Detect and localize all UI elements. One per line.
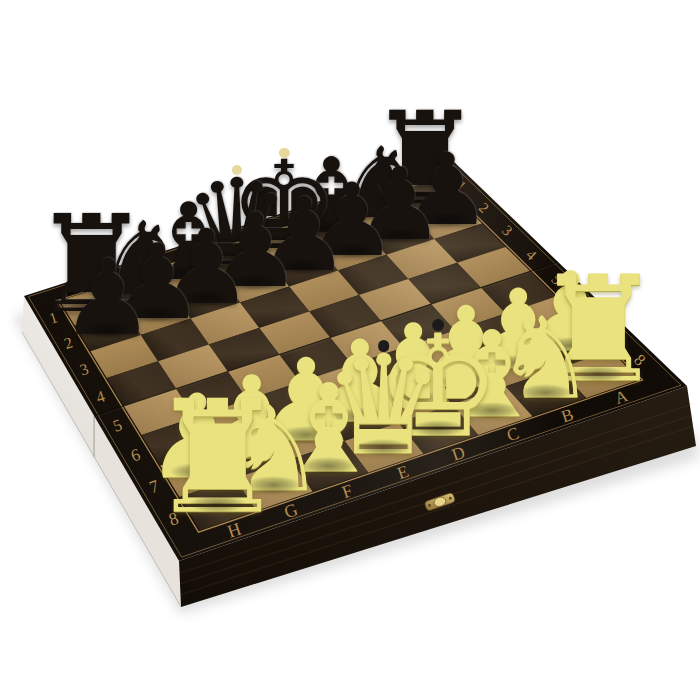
piece-white-pawn-g7: ♟ (194, 361, 309, 476)
piece-black-rook-a1: ♜ (361, 95, 489, 223)
piece-black-rook-h1: ♜ (24, 198, 159, 333)
piece-white-king-d8: ♚ (368, 317, 508, 457)
pieces-layer: ♜♞♟♝♟♚♟♛♟♝♟♞♟♜♟♟♟♟♜♟♞♟♝♟♚♟♛♟♝♟♞♜ (0, 0, 700, 700)
piece-glyph: ♟ (249, 344, 363, 458)
piece-black-pawn-h2: ♟ (55, 246, 160, 351)
piece-glyph: ♟ (357, 309, 469, 421)
piece-glyph: ♜ (361, 95, 489, 223)
piece-white-pawn-c7: ♟ (410, 292, 521, 403)
piece-glyph: ♛ (177, 163, 297, 283)
piece-black-pawn-d2: ♟ (253, 185, 355, 287)
piece-glyph: ♟ (194, 361, 309, 476)
royal-finial (279, 148, 289, 158)
piece-shadow (308, 220, 355, 235)
piece-black-pawn-g2: ♟ (105, 231, 209, 335)
piece-glyph: ♚ (368, 317, 508, 457)
piece-shadow (328, 243, 376, 258)
piece-white-pawn-f7: ♟ (249, 344, 363, 458)
piece-white-queen-e8: ♛ (315, 337, 452, 474)
piece-shadow (67, 297, 116, 312)
piece-shadow (246, 476, 302, 494)
piece-glyph: ♟ (410, 292, 521, 403)
piece-shadow (411, 420, 465, 437)
piece-black-knight-b1: ♞ (329, 134, 427, 232)
piece-white-pawn-a7: ♟ (516, 258, 625, 367)
piece-glyph: ♟ (155, 216, 258, 319)
piece-white-knight-g8: ♞ (215, 391, 332, 508)
piece-shadow (402, 190, 448, 205)
royal-finial (432, 319, 444, 331)
piece-shadow (519, 384, 572, 401)
piece-black-bishop-f1: ♝ (135, 189, 241, 295)
piece-white-rook-h8: ♜ (140, 380, 295, 535)
piece-shadow (231, 274, 280, 289)
piece-black-pawn-e2: ♟ (204, 200, 306, 302)
piece-glyph: ♜ (24, 198, 159, 333)
piece-white-knight-b8: ♞ (489, 302, 602, 415)
piece-black-queen-e1: ♛ (177, 163, 297, 283)
piece-glyph: ♞ (329, 134, 427, 232)
piece-shadow (165, 266, 213, 281)
piece-shadow (301, 457, 356, 474)
piece-glyph: ♞ (215, 391, 332, 508)
piece-shadow (279, 259, 327, 274)
piece-glyph: ♛ (315, 337, 452, 474)
piece-glyph: ♝ (279, 144, 383, 248)
piece-glyph: ♞ (489, 302, 602, 415)
piece-black-pawn-f2: ♟ (155, 216, 258, 319)
piece-black-pawn-b2: ♟ (349, 155, 449, 255)
piece-shadow (572, 366, 625, 383)
piece-glyph: ♟ (301, 170, 402, 271)
piece-shadow (170, 463, 225, 480)
piece-glyph: ♟ (253, 185, 355, 287)
piece-white-pawn-h7: ♟ (139, 379, 255, 495)
piece-shadow (279, 426, 333, 443)
piece-black-bishop-c1: ♝ (279, 144, 383, 248)
piece-shadow (423, 212, 470, 227)
piece-shadow (189, 495, 245, 513)
piece-glyph: ♝ (268, 368, 390, 490)
royal-finial (378, 340, 390, 352)
piece-shadow (545, 337, 597, 353)
piece-shadow (116, 282, 164, 297)
piece-shadow (356, 439, 411, 456)
piece-shadow (213, 251, 261, 266)
piece-white-bishop-f8: ♝ (268, 368, 390, 490)
piece-shadow (132, 306, 181, 322)
piece-glyph: ♟ (303, 326, 416, 439)
piece-shadow (333, 408, 387, 425)
piece-glyph: ♞ (89, 208, 191, 310)
piece-black-pawn-c2: ♟ (301, 170, 402, 271)
piece-white-pawn-b7: ♟ (463, 275, 573, 385)
piece-white-rook-a8: ♜ (525, 257, 671, 403)
piece-glyph: ♝ (135, 189, 241, 295)
piece-shadow (492, 355, 544, 372)
piece-white-pawn-e7: ♟ (303, 326, 416, 439)
piece-glyph: ♟ (397, 140, 496, 239)
piece-black-king-d1: ♚ (223, 145, 345, 267)
piece-white-pawn-d7: ♟ (357, 309, 469, 421)
piece-glyph: ♟ (105, 231, 209, 335)
royal-finial (231, 165, 241, 175)
piece-shadow (182, 290, 231, 305)
piece-glyph: ♟ (55, 246, 160, 351)
piece-glyph: ♜ (525, 257, 671, 403)
piece-shadow (260, 235, 307, 250)
piece-white-bishop-c8: ♝ (432, 315, 551, 434)
piece-glyph: ♟ (139, 379, 255, 495)
piece-shadow (355, 205, 402, 220)
piece-black-knight-g1: ♞ (89, 208, 191, 310)
piece-shadow (440, 373, 493, 390)
piece-glyph: ♟ (463, 275, 573, 385)
piece-shadow (465, 402, 519, 419)
piece-glyph: ♟ (204, 200, 306, 302)
piece-glyph: ♚ (223, 145, 345, 267)
piece-glyph: ♝ (432, 315, 551, 434)
piece-shadow (376, 228, 424, 243)
chess-set-photo: 1122334455667788ABCDEFGH ♜♞♟♝♟♚♟♛♟♝♟♞♟♜♟… (0, 0, 700, 700)
piece-shadow (387, 390, 440, 407)
piece-black-pawn-a2: ♟ (397, 140, 496, 239)
piece-shadow (83, 322, 133, 338)
piece-glyph: ♟ (349, 155, 449, 255)
piece-glyph: ♟ (516, 258, 625, 367)
piece-shadow (225, 445, 280, 462)
piece-glyph: ♜ (140, 380, 295, 535)
